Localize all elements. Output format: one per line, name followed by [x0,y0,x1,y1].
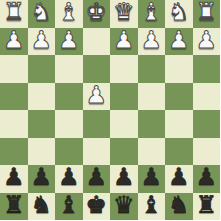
chess-board: ♜♞♝♚♛♝♞♜♟♟♟♟♟♟♟♟♟♟♟♟♟♟♟♟♜♞♝♚♛♝♞♜ [0,0,220,220]
square-e8[interactable]: ♚ [83,193,111,221]
white-pawn[interactable]: ♟ [140,27,162,55]
white-knight[interactable]: ♞ [30,0,52,27]
white-knight[interactable]: ♞ [168,0,190,27]
square-c3[interactable] [138,55,166,83]
square-h4[interactable] [0,83,28,111]
white-pawn[interactable]: ♟ [85,82,107,110]
square-e2[interactable] [83,28,111,56]
white-pawn[interactable]: ♟ [168,27,190,55]
black-queen[interactable]: ♛ [113,192,135,220]
square-a2[interactable]: ♟ [193,28,221,56]
square-f2[interactable]: ♟ [55,28,83,56]
square-d7[interactable]: ♟ [110,165,138,193]
square-h8[interactable]: ♜ [0,193,28,221]
black-knight[interactable]: ♞ [168,192,190,220]
square-f7[interactable]: ♟ [55,165,83,193]
white-pawn[interactable]: ♟ [3,27,25,55]
black-pawn[interactable]: ♟ [168,164,190,192]
square-g6[interactable] [28,138,56,166]
square-d1[interactable]: ♛ [110,0,138,28]
white-bishop[interactable]: ♝ [58,0,80,27]
white-rook[interactable]: ♜ [3,0,25,27]
black-rook[interactable]: ♜ [3,192,25,220]
white-pawn[interactable]: ♟ [58,27,80,55]
square-f6[interactable] [55,138,83,166]
square-g2[interactable]: ♟ [28,28,56,56]
square-h6[interactable] [0,138,28,166]
square-h3[interactable] [0,55,28,83]
square-e5[interactable] [83,110,111,138]
square-d3[interactable] [110,55,138,83]
square-f8[interactable]: ♝ [55,193,83,221]
square-g5[interactable] [28,110,56,138]
square-c4[interactable] [138,83,166,111]
black-king[interactable]: ♚ [85,192,107,220]
square-h2[interactable]: ♟ [0,28,28,56]
black-pawn[interactable]: ♟ [30,164,52,192]
square-e3[interactable] [83,55,111,83]
white-pawn[interactable]: ♟ [195,27,217,55]
white-king[interactable]: ♚ [85,0,107,27]
square-a1[interactable]: ♜ [193,0,221,28]
square-a7[interactable]: ♟ [193,165,221,193]
square-a4[interactable] [193,83,221,111]
square-g4[interactable] [28,83,56,111]
black-pawn[interactable]: ♟ [195,164,217,192]
black-bishop[interactable]: ♝ [140,192,162,220]
black-pawn[interactable]: ♟ [85,164,107,192]
square-c7[interactable]: ♟ [138,165,166,193]
square-b7[interactable]: ♟ [165,165,193,193]
square-c5[interactable] [138,110,166,138]
square-g7[interactable]: ♟ [28,165,56,193]
square-c6[interactable] [138,138,166,166]
square-b4[interactable] [165,83,193,111]
square-g3[interactable] [28,55,56,83]
square-b6[interactable] [165,138,193,166]
square-d2[interactable]: ♟ [110,28,138,56]
square-d8[interactable]: ♛ [110,193,138,221]
black-pawn[interactable]: ♟ [58,164,80,192]
square-a8[interactable]: ♜ [193,193,221,221]
square-g8[interactable]: ♞ [28,193,56,221]
white-pawn[interactable]: ♟ [30,27,52,55]
black-pawn[interactable]: ♟ [140,164,162,192]
square-a5[interactable] [193,110,221,138]
square-d4[interactable] [110,83,138,111]
square-f5[interactable] [55,110,83,138]
black-rook[interactable]: ♜ [195,192,217,220]
square-b8[interactable]: ♞ [165,193,193,221]
black-knight[interactable]: ♞ [30,192,52,220]
white-rook[interactable]: ♜ [195,0,217,27]
square-d6[interactable] [110,138,138,166]
black-pawn[interactable]: ♟ [113,164,135,192]
square-b3[interactable] [165,55,193,83]
square-h5[interactable] [0,110,28,138]
square-d5[interactable] [110,110,138,138]
white-bishop[interactable]: ♝ [140,0,162,27]
square-b1[interactable]: ♞ [165,0,193,28]
black-bishop[interactable]: ♝ [58,192,80,220]
square-h1[interactable]: ♜ [0,0,28,28]
square-b2[interactable]: ♟ [165,28,193,56]
square-c2[interactable]: ♟ [138,28,166,56]
square-e4[interactable]: ♟ [83,83,111,111]
square-h7[interactable]: ♟ [0,165,28,193]
square-f4[interactable] [55,83,83,111]
square-e1[interactable]: ♚ [83,0,111,28]
square-c1[interactable]: ♝ [138,0,166,28]
square-e6[interactable] [83,138,111,166]
black-pawn[interactable]: ♟ [3,164,25,192]
square-g1[interactable]: ♞ [28,0,56,28]
white-pawn[interactable]: ♟ [113,27,135,55]
square-c8[interactable]: ♝ [138,193,166,221]
white-queen[interactable]: ♛ [113,0,135,27]
square-a6[interactable] [193,138,221,166]
square-f3[interactable] [55,55,83,83]
square-b5[interactable] [165,110,193,138]
square-f1[interactable]: ♝ [55,0,83,28]
square-e7[interactable]: ♟ [83,165,111,193]
square-a3[interactable] [193,55,221,83]
